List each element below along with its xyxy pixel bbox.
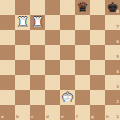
square-h3[interactable]: 3 — [105, 75, 120, 90]
coord-rank-4: 4 — [116, 70, 119, 74]
square-h5[interactable]: 5 — [105, 45, 120, 60]
white-king[interactable]: ♚ — [61, 90, 73, 105]
square-b6[interactable] — [15, 30, 30, 45]
square-e5[interactable] — [60, 45, 75, 60]
square-c6[interactable] — [30, 30, 45, 45]
coord-rank-1: 1 — [116, 115, 119, 119]
square-c5[interactable] — [30, 45, 45, 60]
coord-file-d: d — [46, 115, 49, 119]
coord-file-h: h — [106, 115, 109, 119]
coord-rank-3: 3 — [116, 85, 119, 89]
square-h4[interactable]: 4 — [105, 60, 120, 75]
square-g8[interactable] — [90, 0, 105, 15]
square-g1[interactable]: g — [90, 105, 105, 120]
square-d1[interactable]: d — [45, 105, 60, 120]
square-c4[interactable] — [30, 60, 45, 75]
square-h6[interactable]: 6 — [105, 30, 120, 45]
square-a3[interactable] — [0, 75, 15, 90]
coord-file-a: a — [1, 115, 4, 119]
square-d3[interactable] — [45, 75, 60, 90]
square-d2[interactable] — [45, 90, 60, 105]
square-e8[interactable] — [60, 0, 75, 15]
square-e1[interactable]: e — [60, 105, 75, 120]
square-f8[interactable]: ♛ — [75, 0, 90, 15]
square-e2[interactable]: ♚ — [60, 90, 75, 105]
white-rook[interactable]: ♜ — [16, 15, 28, 30]
coord-file-b: b — [16, 115, 19, 119]
square-f5[interactable] — [75, 45, 90, 60]
square-b2[interactable] — [15, 90, 30, 105]
square-h8[interactable]: ♚8 — [105, 0, 120, 15]
coord-rank-5: 5 — [116, 55, 119, 59]
square-g3[interactable] — [90, 75, 105, 90]
square-g5[interactable] — [90, 45, 105, 60]
coord-file-g: g — [91, 115, 94, 119]
chess-board: ♛♚8♜♜76543♚2abcdefgh1 — [0, 0, 120, 120]
square-b1[interactable]: b — [15, 105, 30, 120]
square-f3[interactable] — [75, 75, 90, 90]
coord-rank-8: 8 — [116, 10, 119, 14]
square-a4[interactable] — [0, 60, 15, 75]
square-a6[interactable] — [0, 30, 15, 45]
square-h2[interactable]: 2 — [105, 90, 120, 105]
square-f7[interactable] — [75, 15, 90, 30]
square-f2[interactable] — [75, 90, 90, 105]
square-b5[interactable] — [15, 45, 30, 60]
square-g2[interactable] — [90, 90, 105, 105]
square-e7[interactable] — [60, 15, 75, 30]
square-c7[interactable]: ♜ — [30, 15, 45, 30]
coord-rank-6: 6 — [116, 40, 119, 44]
square-e4[interactable] — [60, 60, 75, 75]
square-e6[interactable] — [60, 30, 75, 45]
square-a8[interactable] — [0, 0, 15, 15]
square-a5[interactable] — [0, 45, 15, 60]
black-queen[interactable]: ♛ — [76, 0, 88, 15]
coord-file-c: c — [31, 115, 33, 119]
square-a1[interactable]: a — [0, 105, 15, 120]
square-d7[interactable] — [45, 15, 60, 30]
square-a2[interactable] — [0, 90, 15, 105]
square-a7[interactable] — [0, 15, 15, 30]
square-d6[interactable] — [45, 30, 60, 45]
square-f4[interactable] — [75, 60, 90, 75]
square-g6[interactable] — [90, 30, 105, 45]
square-d8[interactable] — [45, 0, 60, 15]
square-b4[interactable] — [15, 60, 30, 75]
square-d4[interactable] — [45, 60, 60, 75]
square-h7[interactable]: 7 — [105, 15, 120, 30]
square-c2[interactable] — [30, 90, 45, 105]
square-g4[interactable] — [90, 60, 105, 75]
square-c1[interactable]: c — [30, 105, 45, 120]
coord-file-e: e — [61, 115, 64, 119]
square-f6[interactable] — [75, 30, 90, 45]
coord-file-f: f — [76, 115, 78, 119]
square-d5[interactable] — [45, 45, 60, 60]
square-h1[interactable]: h1 — [105, 105, 120, 120]
white-rook[interactable]: ♜ — [31, 15, 43, 30]
square-c3[interactable] — [30, 75, 45, 90]
square-b3[interactable] — [15, 75, 30, 90]
square-b7[interactable]: ♜ — [15, 15, 30, 30]
square-g7[interactable] — [90, 15, 105, 30]
coord-rank-7: 7 — [116, 25, 119, 29]
square-f1[interactable]: f — [75, 105, 90, 120]
coord-rank-2: 2 — [116, 100, 119, 104]
